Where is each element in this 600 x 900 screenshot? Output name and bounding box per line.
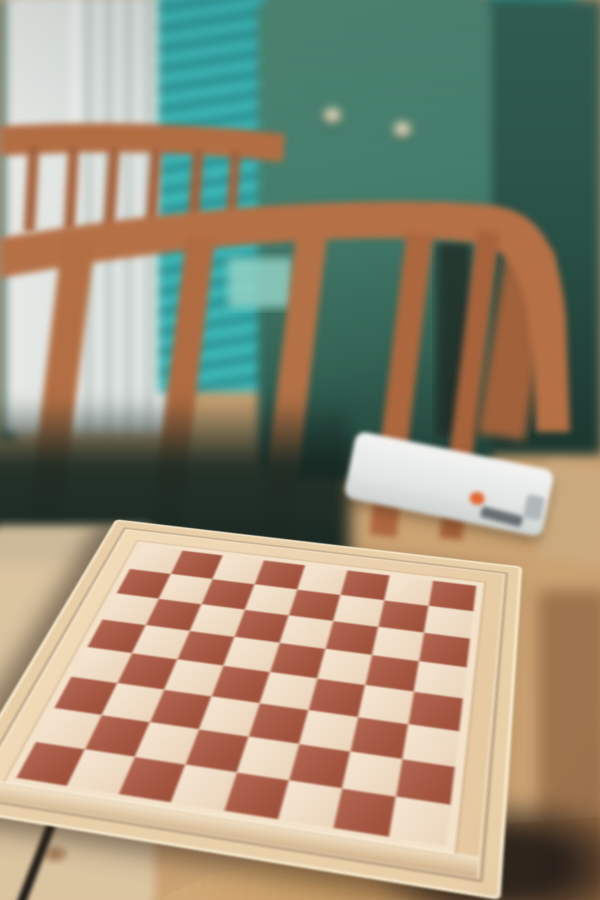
board-square[interactable] (389, 797, 451, 846)
board-square[interactable] (278, 780, 342, 828)
checker-sheet (4, 541, 484, 855)
board-square[interactable] (333, 788, 396, 837)
device-end-cap (523, 494, 545, 521)
shutter-glimpse (228, 258, 294, 308)
device-label (480, 506, 523, 527)
device-orange-button (469, 491, 486, 507)
checker-grid (16, 546, 476, 846)
photo-root (0, 0, 600, 900)
chair-arm-rail (0, 123, 285, 162)
